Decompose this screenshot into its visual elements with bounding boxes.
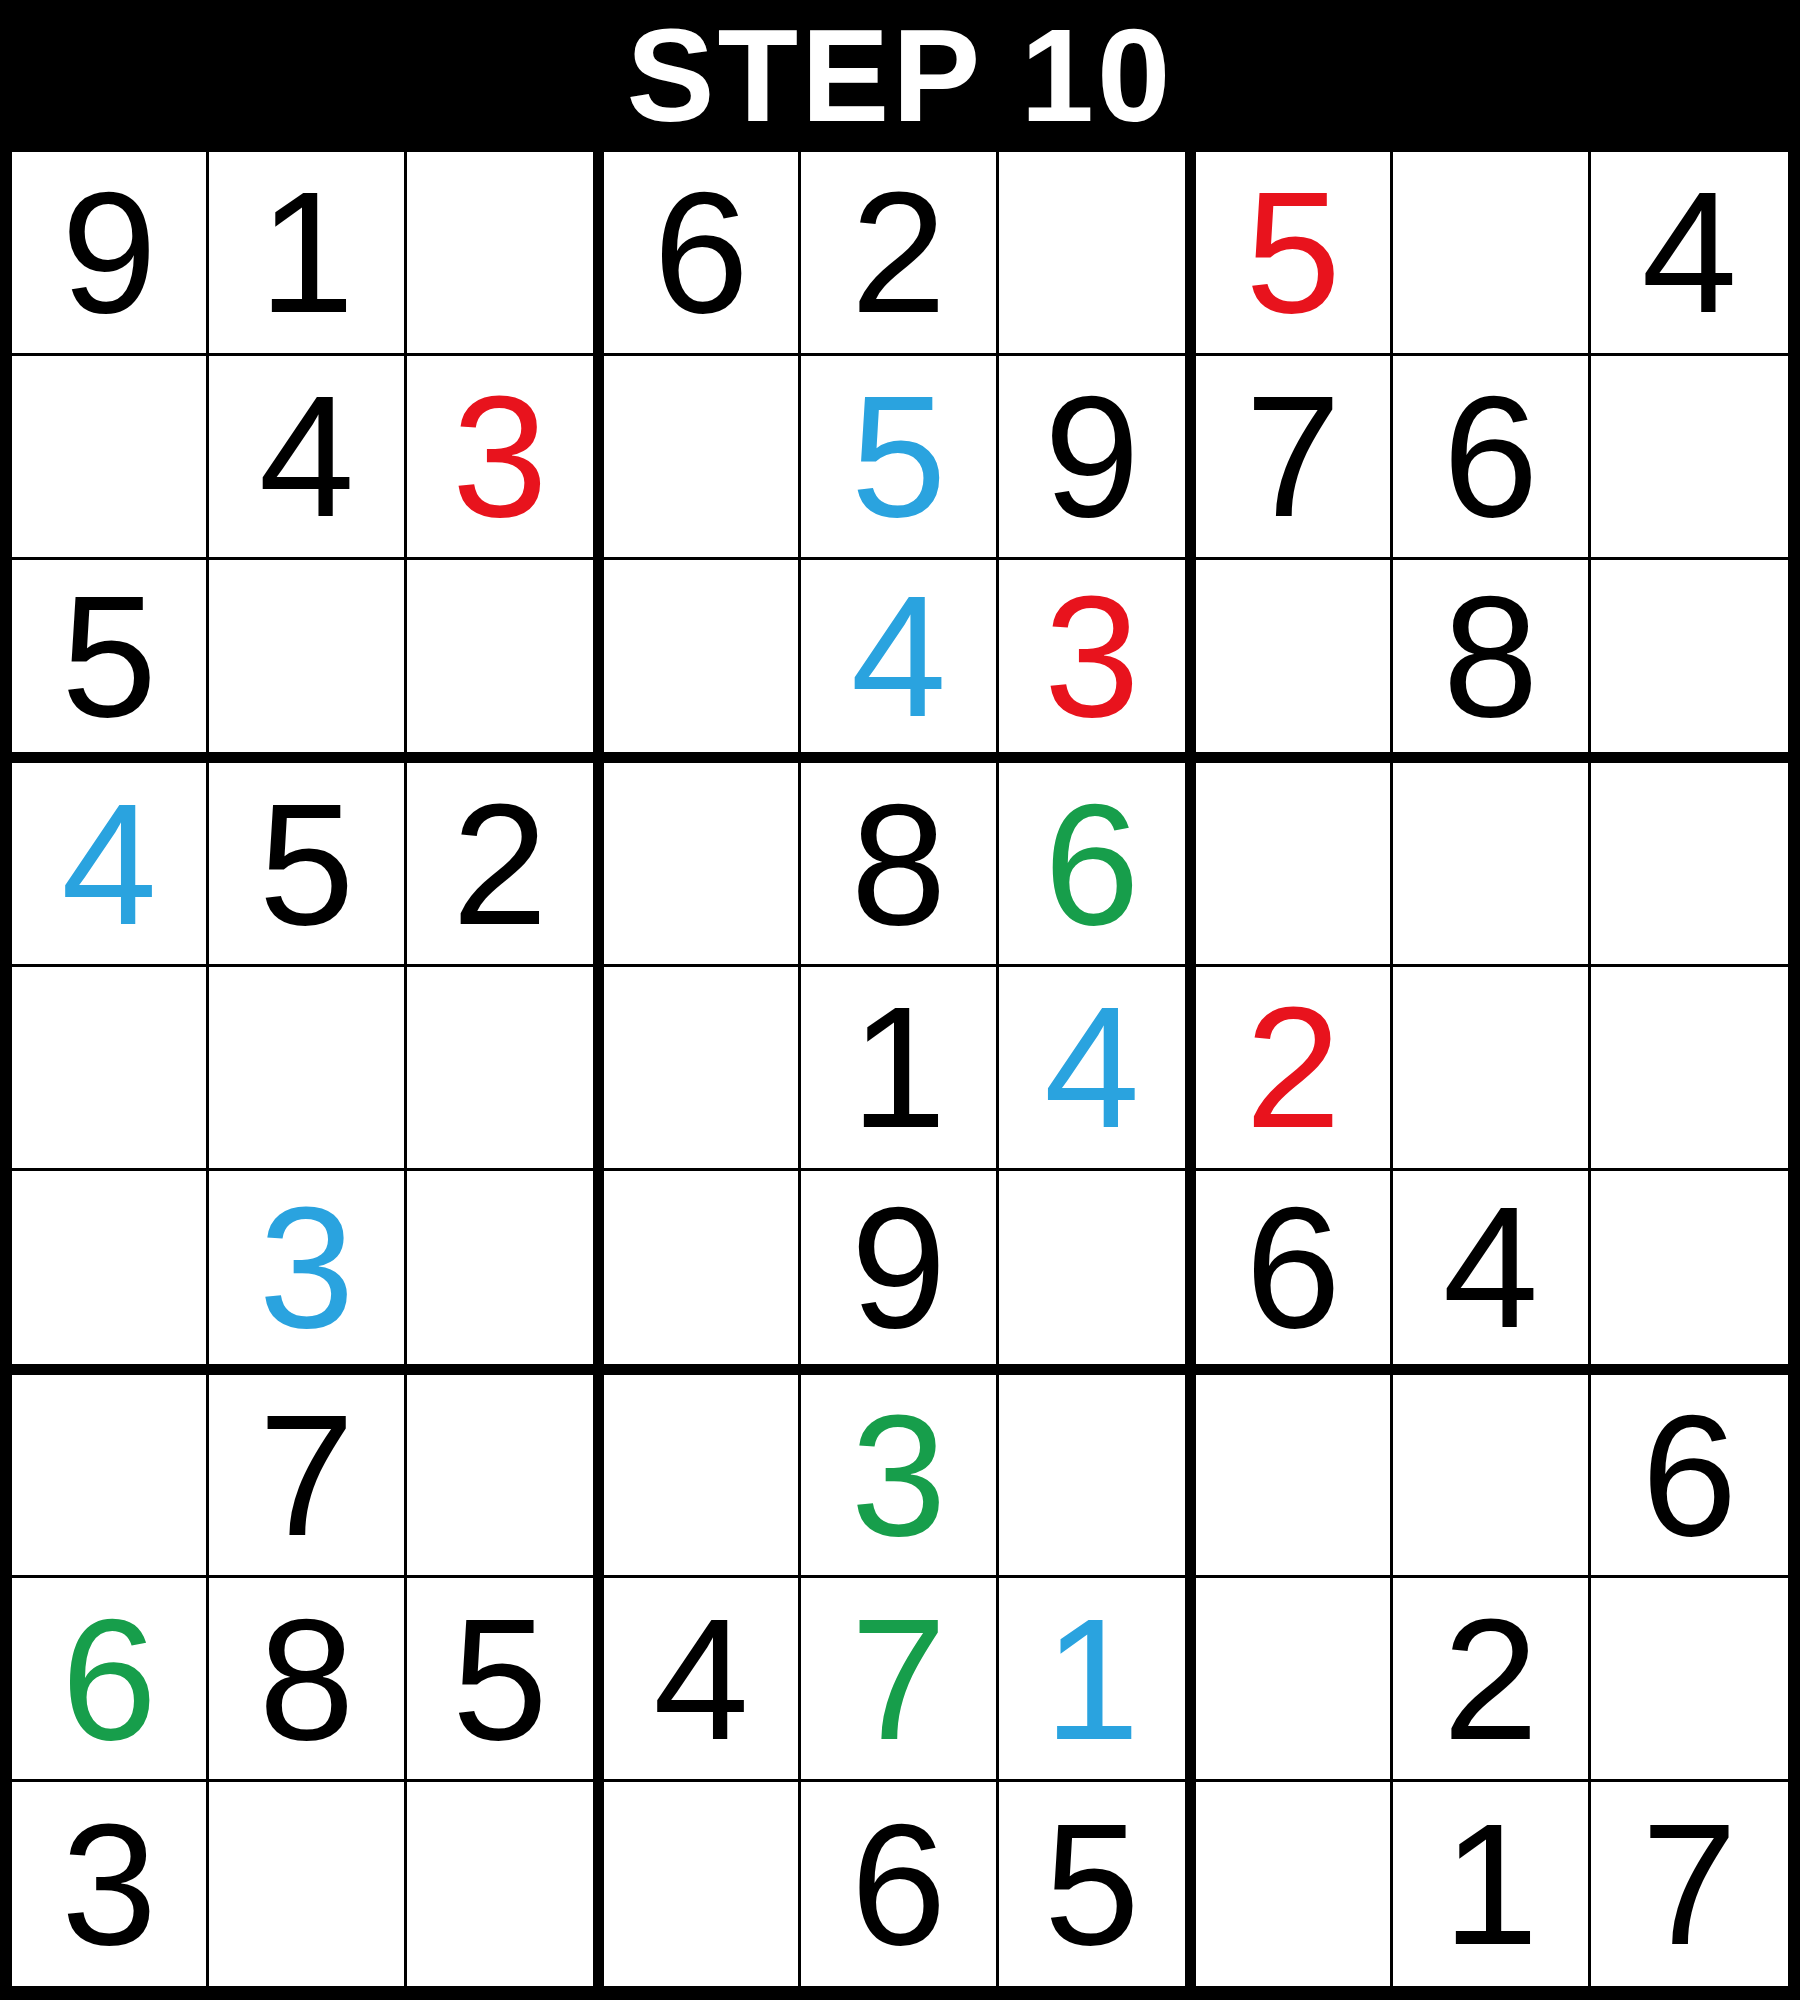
cell-r3c2 (209, 560, 406, 764)
cell-r9c2 (209, 1782, 406, 1986)
cell-r8c3: 5 (407, 1578, 604, 1782)
cell-r4c1: 4 (12, 763, 209, 967)
cell-r7c3 (407, 1375, 604, 1579)
cell-r8c1: 6 (12, 1578, 209, 1782)
cell-r3c9 (1591, 560, 1788, 764)
cell-r4c4 (604, 763, 801, 967)
cell-r1c2: 1 (209, 152, 406, 356)
cell-r9c4 (604, 1782, 801, 1986)
cell-r2c3: 3 (407, 356, 604, 560)
cell-r2c9 (1591, 356, 1788, 560)
cell-r2c2: 4 (209, 356, 406, 560)
sudoku-board: 9162544359765438452861423964736685471236… (12, 152, 1788, 1986)
cell-r6c8: 4 (1393, 1171, 1590, 1375)
cell-r4c2: 5 (209, 763, 406, 967)
cell-r5c3 (407, 967, 604, 1171)
cell-r9c7 (1196, 1782, 1393, 1986)
cell-r5c8 (1393, 967, 1590, 1171)
sudoku-step-diagram: STEP 10 91625443597654384528614239647366… (0, 0, 1800, 2000)
cell-r1c1: 9 (12, 152, 209, 356)
cell-r3c1: 5 (12, 560, 209, 764)
cell-r7c7 (1196, 1375, 1393, 1579)
cell-r3c8: 8 (1393, 560, 1590, 764)
cell-r5c9 (1591, 967, 1788, 1171)
cell-r9c3 (407, 1782, 604, 1986)
cell-r8c8: 2 (1393, 1578, 1590, 1782)
cell-r9c8: 1 (1393, 1782, 1590, 1986)
cell-r4c5: 8 (801, 763, 998, 967)
cell-r6c7: 6 (1196, 1171, 1393, 1375)
cell-r7c1 (12, 1375, 209, 1579)
cell-r6c3 (407, 1171, 604, 1375)
cell-r8c5: 7 (801, 1578, 998, 1782)
cell-r1c5: 2 (801, 152, 998, 356)
cell-r8c7 (1196, 1578, 1393, 1782)
cell-r5c1 (12, 967, 209, 1171)
cell-r3c7 (1196, 560, 1393, 764)
title-bar: STEP 10 (0, 0, 1800, 152)
cell-r8c6: 1 (999, 1578, 1196, 1782)
cell-r6c4 (604, 1171, 801, 1375)
cell-r3c3 (407, 560, 604, 764)
cell-r6c1 (12, 1171, 209, 1375)
cell-r9c5: 6 (801, 1782, 998, 1986)
cell-r3c4 (604, 560, 801, 764)
cell-r6c2: 3 (209, 1171, 406, 1375)
cell-r4c3: 2 (407, 763, 604, 967)
cell-r7c8 (1393, 1375, 1590, 1579)
cell-r1c7: 5 (1196, 152, 1393, 356)
cell-r5c4 (604, 967, 801, 1171)
cell-r7c2: 7 (209, 1375, 406, 1579)
cell-r1c6 (999, 152, 1196, 356)
cell-r2c7: 7 (1196, 356, 1393, 560)
cell-r5c6: 4 (999, 967, 1196, 1171)
cell-r7c6 (999, 1375, 1196, 1579)
cell-r2c6: 9 (999, 356, 1196, 560)
page-title: STEP 10 (627, 10, 1174, 142)
cell-r3c6: 3 (999, 560, 1196, 764)
cell-r5c5: 1 (801, 967, 998, 1171)
cell-r2c1 (12, 356, 209, 560)
cell-r5c7: 2 (1196, 967, 1393, 1171)
cell-r6c9 (1591, 1171, 1788, 1375)
cell-r1c9: 4 (1591, 152, 1788, 356)
cell-r5c2 (209, 967, 406, 1171)
cell-r8c2: 8 (209, 1578, 406, 1782)
cell-r4c9 (1591, 763, 1788, 967)
cell-r7c9: 6 (1591, 1375, 1788, 1579)
cell-r6c6 (999, 1171, 1196, 1375)
cell-r9c9: 7 (1591, 1782, 1788, 1986)
cell-r6c5: 9 (801, 1171, 998, 1375)
cell-r8c9 (1591, 1578, 1788, 1782)
cell-r2c4 (604, 356, 801, 560)
cell-r7c5: 3 (801, 1375, 998, 1579)
cell-r1c3 (407, 152, 604, 356)
cell-r4c6: 6 (999, 763, 1196, 967)
cell-r3c5: 4 (801, 560, 998, 764)
cell-r9c1: 3 (12, 1782, 209, 1986)
cell-r1c4: 6 (604, 152, 801, 356)
cell-r1c8 (1393, 152, 1590, 356)
cell-r7c4 (604, 1375, 801, 1579)
cell-r4c7 (1196, 763, 1393, 967)
cell-r4c8 (1393, 763, 1590, 967)
cell-r2c5: 5 (801, 356, 998, 560)
cell-r8c4: 4 (604, 1578, 801, 1782)
cell-r2c8: 6 (1393, 356, 1590, 560)
cell-r9c6: 5 (999, 1782, 1196, 1986)
